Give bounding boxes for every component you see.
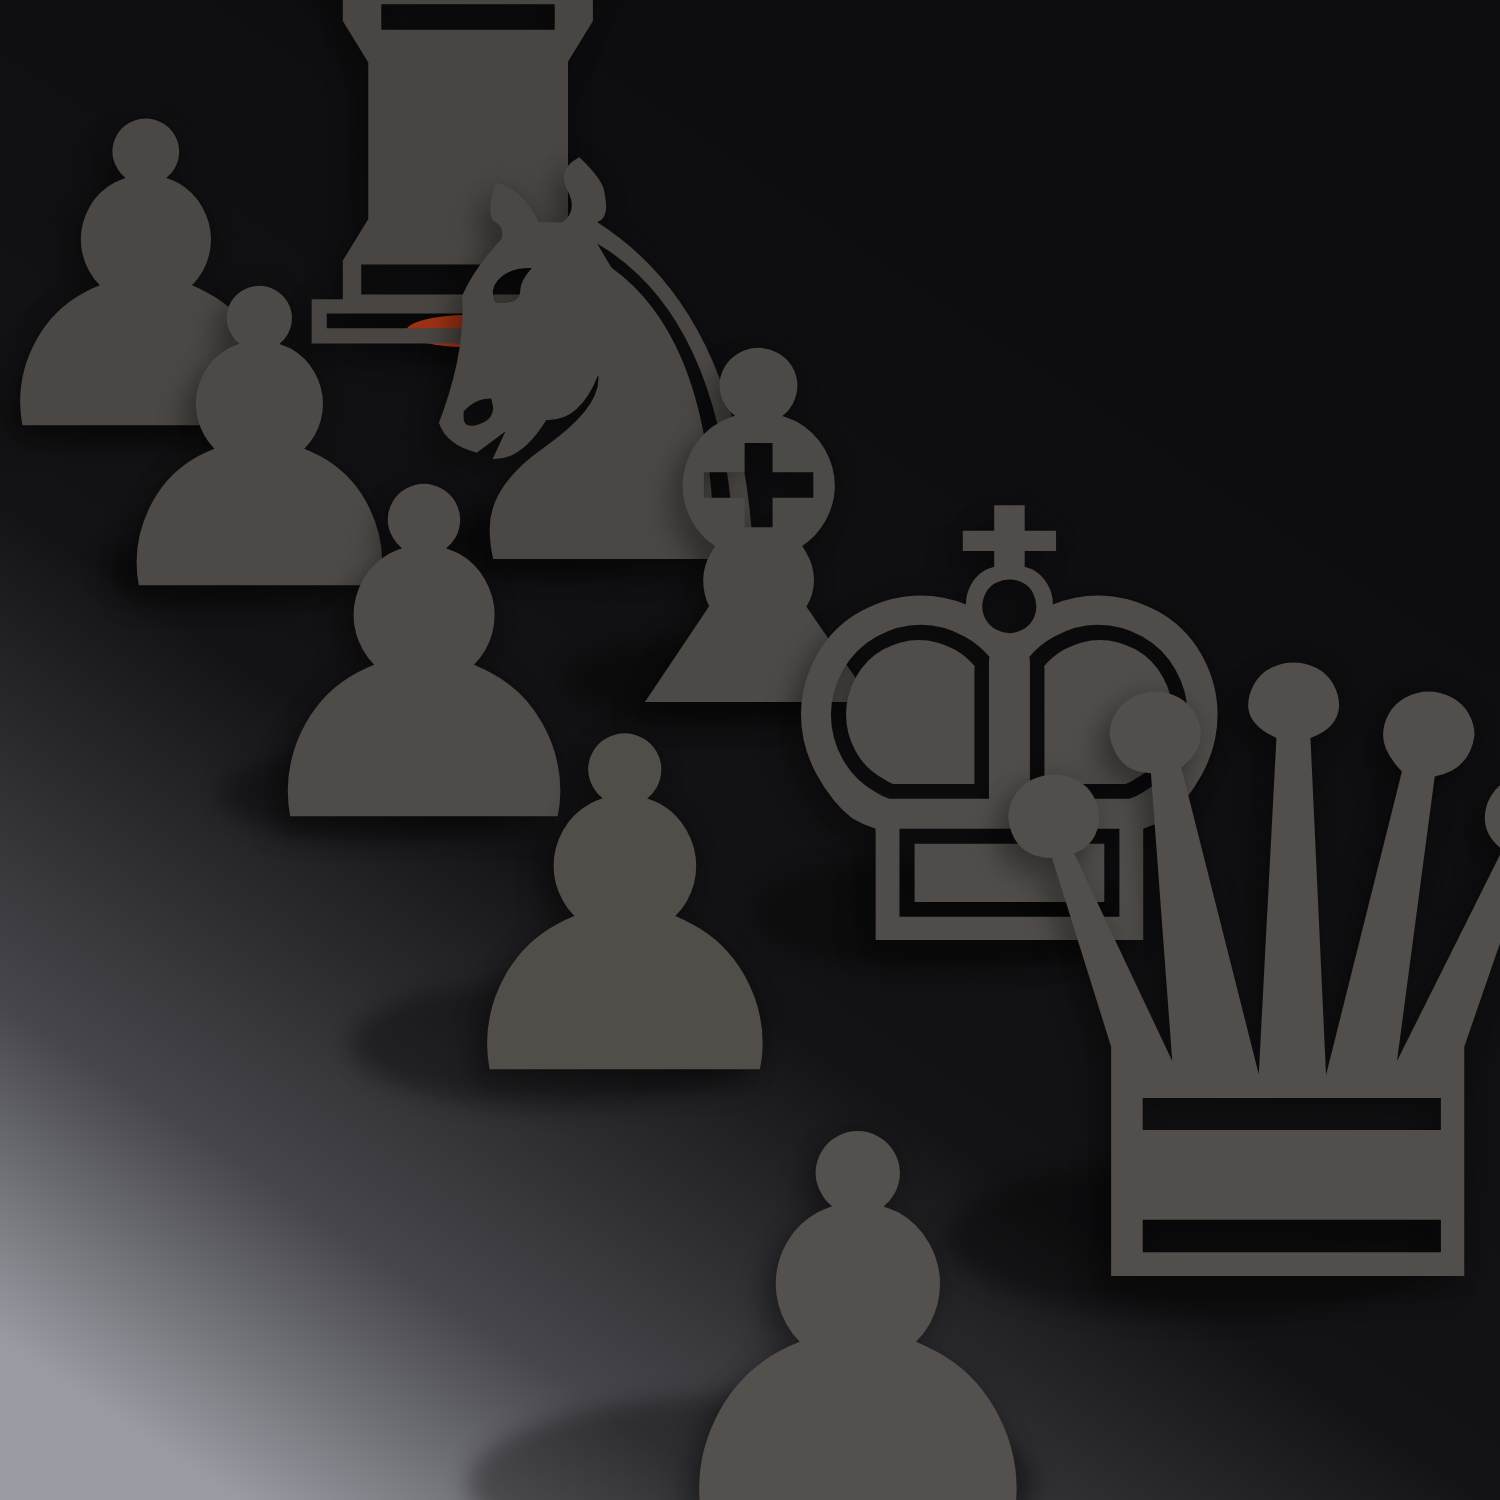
piece-shadow-e7 bbox=[350, 980, 751, 1106]
chess-board bbox=[0, 0, 1500, 1500]
piece-shadow-g8 bbox=[441, 505, 667, 576]
piece-shadow-h7 bbox=[21, 382, 204, 440]
scene-3d-chess-render: ♜♟♞♟♝♟♚♟♛♟ bbox=[0, 0, 1500, 1500]
screenshot-root: { "game": "chess", "scene": { "descripti… bbox=[0, 0, 1500, 1500]
rook-felt-pad bbox=[406, 315, 530, 347]
piece-shadow-g7 bbox=[102, 531, 332, 603]
piece-shadow-f7 bbox=[220, 747, 518, 841]
piece-shadow-f8 bbox=[563, 636, 849, 726]
piece-shadow-d8 bbox=[947, 1159, 1451, 1318]
piece-shadow-e8 bbox=[754, 855, 1126, 972]
